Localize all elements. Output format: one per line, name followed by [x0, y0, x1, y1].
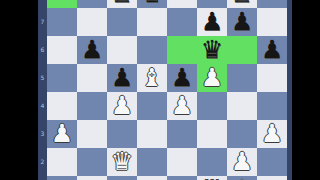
- square-f5[interactable]: ♟: [197, 64, 227, 92]
- square-a8[interactable]: [47, 0, 77, 8]
- square-h3[interactable]: ♟: [257, 120, 287, 148]
- square-e1[interactable]: [167, 176, 197, 180]
- square-d3[interactable]: [137, 120, 167, 148]
- black-pawn-piece: ♟: [111, 64, 133, 92]
- square-d8[interactable]: ♚: [137, 0, 167, 8]
- square-g8[interactable]: ♜: [227, 0, 257, 8]
- square-b8[interactable]: [77, 0, 107, 8]
- square-e2[interactable]: [167, 148, 197, 176]
- white-pawn-piece: ♟: [111, 92, 133, 120]
- square-f6[interactable]: ♛: [197, 36, 227, 64]
- square-h8[interactable]: [257, 0, 287, 8]
- white-bishop-piece: ♝: [141, 64, 163, 92]
- square-d4[interactable]: [137, 92, 167, 120]
- square-c4[interactable]: ♟: [107, 92, 137, 120]
- chess-board: ♜♚♜♟♟♟♛♟♟♝♟♟♟♟♟♟♛♟♜♚: [47, 0, 287, 180]
- black-pawn-piece: ♟: [261, 36, 283, 64]
- square-b3[interactable]: [77, 120, 107, 148]
- rank-label-7: 7: [38, 19, 47, 25]
- square-f8[interactable]: [197, 0, 227, 8]
- black-pawn-piece: ♟: [201, 8, 223, 36]
- black-pawn-piece: ♟: [81, 36, 103, 64]
- square-c3[interactable]: [107, 120, 137, 148]
- white-king-piece: ♚: [231, 176, 253, 180]
- square-b4[interactable]: [77, 92, 107, 120]
- square-g7[interactable]: ♟: [227, 8, 257, 36]
- square-b1[interactable]: [77, 176, 107, 180]
- square-c2[interactable]: ♛: [107, 148, 137, 176]
- square-g1[interactable]: ♚: [227, 176, 257, 180]
- square-h2[interactable]: [257, 148, 287, 176]
- square-g6[interactable]: [227, 36, 257, 64]
- square-a2[interactable]: [47, 148, 77, 176]
- white-pawn-piece: ♟: [231, 148, 253, 176]
- black-pawn-piece: ♟: [171, 64, 193, 92]
- square-d6[interactable]: [137, 36, 167, 64]
- white-pawn-piece: ♟: [171, 92, 193, 120]
- square-h5[interactable]: [257, 64, 287, 92]
- square-f7[interactable]: ♟: [197, 8, 227, 36]
- white-pawn-piece: ♟: [51, 120, 73, 148]
- black-king-piece: ♚: [141, 0, 163, 8]
- square-g3[interactable]: [227, 120, 257, 148]
- square-c5[interactable]: ♟: [107, 64, 137, 92]
- white-pawn-piece: ♟: [261, 120, 283, 148]
- square-d1[interactable]: [137, 176, 167, 180]
- square-c1[interactable]: [107, 176, 137, 180]
- square-h6[interactable]: ♟: [257, 36, 287, 64]
- square-g5[interactable]: [227, 64, 257, 92]
- square-e3[interactable]: [167, 120, 197, 148]
- square-c6[interactable]: [107, 36, 137, 64]
- square-f4[interactable]: [197, 92, 227, 120]
- square-a1[interactable]: [47, 176, 77, 180]
- black-rook-piece: ♜: [231, 0, 253, 8]
- square-h1[interactable]: [257, 176, 287, 180]
- square-b5[interactable]: [77, 64, 107, 92]
- square-f3[interactable]: [197, 120, 227, 148]
- black-queen-piece: ♛: [201, 36, 223, 64]
- rank-label-3: 3: [38, 131, 47, 137]
- rank-label-5: 5: [38, 75, 47, 81]
- square-b6[interactable]: ♟: [77, 36, 107, 64]
- square-c7[interactable]: [107, 8, 137, 36]
- square-e5[interactable]: ♟: [167, 64, 197, 92]
- black-pawn-piece: ♟: [231, 8, 253, 36]
- square-d5[interactable]: ♝: [137, 64, 167, 92]
- square-g4[interactable]: [227, 92, 257, 120]
- square-f1[interactable]: ♜: [197, 176, 227, 180]
- square-e4[interactable]: ♟: [167, 92, 197, 120]
- square-a6[interactable]: [47, 36, 77, 64]
- square-h4[interactable]: [257, 92, 287, 120]
- square-h7[interactable]: [257, 8, 287, 36]
- thumbnail-stage: ♜♚♜♟♟♟♛♟♟♝♟♟♟♟♟♟♛♟♜♚ 765432: [0, 0, 320, 180]
- square-e8[interactable]: [167, 0, 197, 8]
- board-frame: ♜♚♜♟♟♟♛♟♟♝♟♟♟♟♟♟♛♟♜♚ 765432: [38, 0, 292, 180]
- square-g2[interactable]: ♟: [227, 148, 257, 176]
- square-a4[interactable]: [47, 92, 77, 120]
- rank-label-4: 4: [38, 103, 47, 109]
- square-d7[interactable]: [137, 8, 167, 36]
- rank-label-2: 2: [38, 159, 47, 165]
- square-c8[interactable]: ♜: [107, 0, 137, 8]
- square-e6[interactable]: [167, 36, 197, 64]
- square-b7[interactable]: [77, 8, 107, 36]
- black-rook-piece: ♜: [111, 0, 133, 8]
- square-e7[interactable]: [167, 8, 197, 36]
- square-a7[interactable]: [47, 8, 77, 36]
- square-a3[interactable]: ♟: [47, 120, 77, 148]
- square-f2[interactable]: [197, 148, 227, 176]
- white-queen-piece: ♛: [111, 148, 133, 176]
- rank-label-6: 6: [38, 47, 47, 53]
- square-b2[interactable]: [77, 148, 107, 176]
- square-a5[interactable]: [47, 64, 77, 92]
- white-rook-piece: ♜: [201, 176, 223, 180]
- white-pawn-piece: ♟: [201, 64, 223, 92]
- square-d2[interactable]: [137, 148, 167, 176]
